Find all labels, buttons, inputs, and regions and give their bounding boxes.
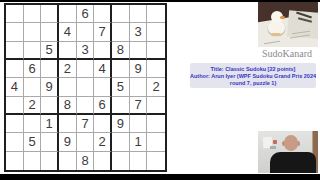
presenter-head [284, 135, 298, 151]
sudoku-cell-r8c9 [147, 133, 165, 151]
sudoku-cell-r5c2 [24, 78, 42, 96]
sudoku-cell-r4c7 [112, 60, 130, 78]
sudoku-cell-r9c3 [41, 152, 59, 170]
puzzle-info-box: Title: Classic Sudoku [22 points] Author… [190, 63, 316, 88]
sudoku-cell-r6c1 [6, 97, 24, 115]
sudoku-cell-r1c6 [94, 5, 112, 23]
sudoku-cell-r9c9 [147, 152, 165, 170]
sudoku-cell-r4c2: 6 [24, 60, 42, 78]
sudoku-cell-r9c2 [24, 152, 42, 170]
sudoku-cell-r3c6 [94, 42, 112, 60]
sudoku-cell-r9c5: 8 [77, 152, 95, 170]
sudoku-cell-r6c8: 7 [130, 97, 148, 115]
sudoku-cell-r2c5 [77, 23, 95, 41]
sudoku-cell-r6c5 [77, 97, 95, 115]
sudoku-cell-r7c1 [6, 115, 24, 133]
sudoku-cell-r9c8 [130, 152, 148, 170]
plush-duck-feet [271, 33, 281, 36]
sudoku-cell-r8c5 [77, 133, 95, 151]
sudoku-cell-r5c6 [94, 78, 112, 96]
sudoku-cell-r3c9 [147, 42, 165, 60]
sudoku-cell-r6c7 [112, 97, 130, 115]
sudoku-cell-r2c6: 7 [94, 23, 112, 41]
sudoku-cell-r2c3 [41, 23, 59, 41]
sudoku-cell-r3c7: 8 [112, 42, 130, 60]
sudoku-cell-r4c8: 9 [130, 60, 148, 78]
sudoku-cell-r4c4: 2 [59, 60, 77, 78]
sudoku-cell-r3c4 [59, 42, 77, 60]
sudoku-cell-r1c5: 6 [77, 5, 95, 23]
sudoku-cell-r2c1 [6, 23, 24, 41]
sudoku-cell-r8c6: 2 [94, 133, 112, 151]
channel-name: SudoKanard [254, 48, 320, 59]
sudoku-cell-r7c3: 1 [41, 115, 59, 133]
video-frame: 647353862494952286717959218 SudoKanard T… [0, 0, 320, 180]
sudoku-cell-r7c2 [24, 115, 42, 133]
sudoku-cell-r6c6: 6 [94, 97, 112, 115]
wall-decor [273, 140, 277, 144]
sudoku-cell-r7c5: 7 [77, 115, 95, 133]
sudoku-cell-r9c4 [59, 152, 77, 170]
sudoku-cell-r3c2 [24, 42, 42, 60]
sudoku-cell-r5c1: 4 [6, 78, 24, 96]
presenter-shirt [270, 152, 316, 173]
sudoku-cell-r4c9 [147, 60, 165, 78]
sudoku-cell-r4c1 [6, 60, 24, 78]
sudoku-cell-r8c4: 9 [59, 133, 77, 151]
sudoku-cell-r1c8 [130, 5, 148, 23]
sudoku-cell-r5c5 [77, 78, 95, 96]
sudoku-cell-r1c2 [24, 5, 42, 23]
sudoku-cell-r5c8 [130, 78, 148, 96]
sudoku-cell-r7c4 [59, 115, 77, 133]
sudoku-cell-r2c7 [112, 23, 130, 41]
info-author: Author: Arun Iyer (WPF Sudoku Grand Prix… [190, 73, 316, 80]
sudoku-cell-r1c4 [59, 5, 77, 23]
sudoku-grid: 647353862494952286717959218 [4, 3, 167, 172]
sudoku-cell-r4c3 [41, 60, 59, 78]
sudoku-cell-r3c8 [130, 42, 148, 60]
plush-duck-beak [280, 16, 285, 19]
sudoku-cell-r8c1 [6, 133, 24, 151]
sudoku-cell-r4c6: 4 [94, 60, 112, 78]
sudoku-cell-r8c3 [41, 133, 59, 151]
sudoku-cell-r6c9 [147, 97, 165, 115]
sudoku-cell-r1c1 [6, 5, 24, 23]
sudoku-cell-r3c3: 5 [41, 42, 59, 60]
sudoku-cell-r6c3 [41, 97, 59, 115]
channel-photo [258, 2, 318, 47]
sudoku-cell-r3c1 [6, 42, 24, 60]
sudoku-cell-r8c8: 1 [130, 133, 148, 151]
sudoku-cell-r6c4: 8 [59, 97, 77, 115]
sudoku-cell-r2c8: 3 [130, 23, 148, 41]
sudoku-cell-r2c9 [147, 23, 165, 41]
sudoku-cell-r1c7 [112, 5, 130, 23]
sudoku-cell-r5c7: 5 [112, 78, 130, 96]
sudoku-cell-r9c7 [112, 152, 130, 170]
webcam-video [258, 131, 318, 173]
sudoku-cell-r2c4: 4 [59, 23, 77, 41]
sudoku-cell-r1c3 [41, 5, 59, 23]
sudoku-cell-r5c3: 9 [41, 78, 59, 96]
sudoku-cell-r6c2: 2 [24, 97, 42, 115]
wall-decor [270, 146, 276, 149]
sudoku-cell-r5c4 [59, 78, 77, 96]
sudoku-cell-r9c6 [94, 152, 112, 170]
sudoku-cell-r8c2: 5 [24, 133, 42, 151]
sudoku-cell-r9c1 [6, 152, 24, 170]
sudoku-cell-r3c5: 3 [77, 42, 95, 60]
sudoku-cell-r1c9 [147, 5, 165, 23]
info-round: round 7, puzzle 1) [190, 80, 316, 87]
sudoku-cell-r7c6 [94, 115, 112, 133]
sudoku-cell-r8c7 [112, 133, 130, 151]
info-title: Title: Classic Sudoku [22 points] [190, 66, 316, 73]
sudoku-cell-r4c5 [77, 60, 95, 78]
sudoku-cell-r7c7: 9 [112, 115, 130, 133]
sudoku-cell-r2c2 [24, 23, 42, 41]
sudoku-cell-r5c9: 2 [147, 78, 165, 96]
letterbox-bottom [0, 174, 320, 180]
sudoku-cell-r7c8 [130, 115, 148, 133]
sudoku-cell-r7c9 [147, 115, 165, 133]
